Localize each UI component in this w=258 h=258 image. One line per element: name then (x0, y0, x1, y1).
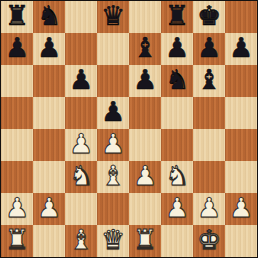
piece-black-pawn: ♟ (37, 33, 61, 64)
piece-white-pawn: ♟ (5, 193, 29, 224)
square-f2[interactable]: ♟ (161, 193, 193, 225)
square-g6[interactable]: ♝ (193, 65, 225, 97)
square-f1[interactable] (161, 225, 193, 257)
square-a4[interactable] (1, 129, 33, 161)
chess-board-frame: ♜♞♛♜♚♟♟♝♟♟♟♟♟♞♝♟♟♟♞♝♟♞♟♟♟♟♟♜♝♛♜♚ (0, 0, 258, 258)
square-g1[interactable]: ♚ (193, 225, 225, 257)
piece-white-pawn: ♟ (69, 129, 93, 160)
square-e7[interactable]: ♝ (129, 33, 161, 65)
square-b6[interactable] (33, 65, 65, 97)
square-b5[interactable] (33, 97, 65, 129)
square-e3[interactable]: ♟ (129, 161, 161, 193)
square-c7[interactable] (65, 33, 97, 65)
piece-black-bishop: ♝ (197, 65, 221, 96)
piece-white-bishop: ♝ (69, 225, 93, 256)
chess-board: ♜♞♛♜♚♟♟♝♟♟♟♟♟♞♝♟♟♟♞♝♟♞♟♟♟♟♟♜♝♛♜♚ (1, 1, 257, 257)
piece-black-king: ♚ (197, 1, 221, 32)
square-b2[interactable]: ♟ (33, 193, 65, 225)
piece-white-rook: ♜ (5, 225, 29, 256)
piece-black-knight: ♞ (37, 1, 61, 32)
square-d7[interactable] (97, 33, 129, 65)
square-c4[interactable]: ♟ (65, 129, 97, 161)
piece-black-pawn: ♟ (69, 65, 93, 96)
piece-black-pawn: ♟ (5, 33, 29, 64)
square-g5[interactable] (193, 97, 225, 129)
square-d5[interactable]: ♟ (97, 97, 129, 129)
piece-black-knight: ♞ (165, 65, 189, 96)
piece-white-pawn: ♟ (197, 193, 221, 224)
square-f5[interactable] (161, 97, 193, 129)
square-b7[interactable]: ♟ (33, 33, 65, 65)
square-h3[interactable] (225, 161, 257, 193)
square-c3[interactable]: ♞ (65, 161, 97, 193)
square-h4[interactable] (225, 129, 257, 161)
square-d1[interactable]: ♛ (97, 225, 129, 257)
piece-white-pawn: ♟ (37, 193, 61, 224)
square-g3[interactable] (193, 161, 225, 193)
square-d3[interactable]: ♝ (97, 161, 129, 193)
square-a2[interactable]: ♟ (1, 193, 33, 225)
square-a7[interactable]: ♟ (1, 33, 33, 65)
square-d8[interactable]: ♛ (97, 1, 129, 33)
square-g7[interactable]: ♟ (193, 33, 225, 65)
piece-white-pawn: ♟ (101, 129, 125, 160)
square-f7[interactable]: ♟ (161, 33, 193, 65)
square-a3[interactable] (1, 161, 33, 193)
square-g8[interactable]: ♚ (193, 1, 225, 33)
square-g2[interactable]: ♟ (193, 193, 225, 225)
piece-white-king: ♚ (197, 225, 221, 256)
square-h6[interactable] (225, 65, 257, 97)
square-c6[interactable]: ♟ (65, 65, 97, 97)
square-c5[interactable] (65, 97, 97, 129)
piece-black-pawn: ♟ (101, 97, 125, 128)
square-d2[interactable] (97, 193, 129, 225)
square-g4[interactable] (193, 129, 225, 161)
square-f3[interactable]: ♞ (161, 161, 193, 193)
piece-black-pawn: ♟ (165, 33, 189, 64)
piece-white-pawn: ♟ (165, 193, 189, 224)
piece-black-pawn: ♟ (133, 65, 157, 96)
piece-black-pawn: ♟ (197, 33, 221, 64)
piece-black-bishop: ♝ (133, 33, 157, 64)
square-a5[interactable] (1, 97, 33, 129)
square-b3[interactable] (33, 161, 65, 193)
square-d4[interactable]: ♟ (97, 129, 129, 161)
piece-white-bishop: ♝ (101, 161, 125, 192)
piece-black-rook: ♜ (165, 1, 189, 32)
piece-white-pawn: ♟ (229, 193, 253, 224)
square-a1[interactable]: ♜ (1, 225, 33, 257)
square-h2[interactable]: ♟ (225, 193, 257, 225)
square-h5[interactable] (225, 97, 257, 129)
square-b4[interactable] (33, 129, 65, 161)
square-e8[interactable] (129, 1, 161, 33)
piece-white-knight: ♞ (69, 161, 93, 192)
piece-black-rook: ♜ (5, 1, 29, 32)
square-c2[interactable] (65, 193, 97, 225)
square-a6[interactable] (1, 65, 33, 97)
square-b1[interactable] (33, 225, 65, 257)
square-f6[interactable]: ♞ (161, 65, 193, 97)
square-e4[interactable] (129, 129, 161, 161)
square-e1[interactable]: ♜ (129, 225, 161, 257)
square-d6[interactable] (97, 65, 129, 97)
square-h7[interactable]: ♟ (225, 33, 257, 65)
square-e5[interactable] (129, 97, 161, 129)
piece-black-queen: ♛ (101, 1, 125, 32)
square-f8[interactable]: ♜ (161, 1, 193, 33)
square-c8[interactable] (65, 1, 97, 33)
piece-black-pawn: ♟ (229, 33, 253, 64)
square-a8[interactable]: ♜ (1, 1, 33, 33)
square-h1[interactable] (225, 225, 257, 257)
piece-white-queen: ♛ (101, 225, 125, 256)
square-e6[interactable]: ♟ (129, 65, 161, 97)
square-f4[interactable] (161, 129, 193, 161)
piece-white-rook: ♜ (133, 225, 157, 256)
square-b8[interactable]: ♞ (33, 1, 65, 33)
piece-white-pawn: ♟ (133, 161, 157, 192)
square-c1[interactable]: ♝ (65, 225, 97, 257)
square-h8[interactable] (225, 1, 257, 33)
piece-white-knight: ♞ (165, 161, 189, 192)
square-e2[interactable] (129, 193, 161, 225)
